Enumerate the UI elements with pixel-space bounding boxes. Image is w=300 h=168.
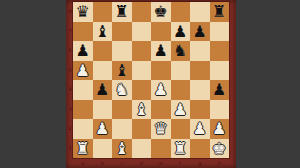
square-a2[interactable] <box>73 119 93 139</box>
square-a5[interactable]: ♟ <box>73 61 93 81</box>
square-e4[interactable]: ♟ <box>151 80 171 100</box>
white-pawn: ♟ <box>193 119 207 139</box>
square-c2[interactable] <box>112 119 132 139</box>
square-g2[interactable]: ♟ <box>190 119 210 139</box>
square-c5[interactable]: ♝ <box>112 61 132 81</box>
rank-label-3: 3 <box>67 100 73 120</box>
square-d7[interactable] <box>132 22 152 42</box>
square-c1[interactable]: ♝ <box>112 139 132 159</box>
black-pawn: ♟ <box>154 41 168 61</box>
square-g3[interactable] <box>190 100 210 120</box>
black-bishop: ♝ <box>115 61 129 81</box>
white-king: ♚ <box>212 139 226 159</box>
screenshot-canvas: ♛♜♚♜♝♟♟♟♟♞♟♝♟♞♟♟♝♟♟♛♟♟♜♝♜♚ 87654321 abcd… <box>0 0 300 168</box>
square-b7[interactable]: ♝ <box>93 22 113 42</box>
square-f7[interactable]: ♟ <box>171 22 191 42</box>
square-c8[interactable]: ♜ <box>112 2 132 22</box>
square-a4[interactable] <box>73 80 93 100</box>
square-h1[interactable]: ♚ <box>210 139 230 159</box>
square-e3[interactable] <box>151 100 171 120</box>
file-label-h: h <box>210 159 230 167</box>
square-d2[interactable] <box>132 119 152 139</box>
square-e8[interactable]: ♚ <box>151 2 171 22</box>
square-h4[interactable]: ♟ <box>210 80 230 100</box>
square-c4[interactable]: ♞ <box>112 80 132 100</box>
square-d6[interactable] <box>132 41 152 61</box>
black-pawn: ♟ <box>95 80 109 100</box>
file-label-d: d <box>132 159 152 167</box>
white-bishop: ♝ <box>134 100 148 120</box>
square-h8[interactable]: ♜ <box>210 2 230 22</box>
square-a6[interactable]: ♟ <box>73 41 93 61</box>
black-rook: ♜ <box>212 2 226 22</box>
square-e7[interactable] <box>151 22 171 42</box>
white-pawn: ♟ <box>95 119 109 139</box>
board-frame: ♛♜♚♜♝♟♟♟♟♞♟♝♟♞♟♟♝♟♟♛♟♟♜♝♜♚ 87654321 abcd… <box>66 0 236 168</box>
rank-label-8: 8 <box>67 2 73 22</box>
square-b5[interactable] <box>93 61 113 81</box>
chess-board: ♛♜♚♜♝♟♟♟♟♞♟♝♟♞♟♟♝♟♟♛♟♟♜♝♜♚ <box>73 2 229 158</box>
square-b4[interactable]: ♟ <box>93 80 113 100</box>
square-d4[interactable] <box>132 80 152 100</box>
square-b1[interactable] <box>93 139 113 159</box>
square-c3[interactable] <box>112 100 132 120</box>
square-h6[interactable] <box>210 41 230 61</box>
square-d8[interactable] <box>132 2 152 22</box>
square-h2[interactable]: ♟ <box>210 119 230 139</box>
white-pawn: ♟ <box>173 100 187 120</box>
black-pawn: ♟ <box>76 41 90 61</box>
white-bishop: ♝ <box>115 139 129 159</box>
white-rook: ♜ <box>173 139 187 159</box>
square-b2[interactable]: ♟ <box>93 119 113 139</box>
square-h7[interactable] <box>210 22 230 42</box>
square-a3[interactable] <box>73 100 93 120</box>
rank-label-1: 1 <box>67 139 73 159</box>
square-d3[interactable]: ♝ <box>132 100 152 120</box>
file-label-f: f <box>171 159 191 167</box>
rank-label-4: 4 <box>67 80 73 100</box>
square-e1[interactable] <box>151 139 171 159</box>
white-queen: ♛ <box>154 119 168 139</box>
black-rook: ♜ <box>115 2 129 22</box>
square-c6[interactable] <box>112 41 132 61</box>
file-label-c: c <box>112 159 132 167</box>
white-knight: ♞ <box>115 80 129 100</box>
white-rook: ♜ <box>76 139 90 159</box>
square-e6[interactable]: ♟ <box>151 41 171 61</box>
square-f3[interactable]: ♟ <box>171 100 191 120</box>
square-f4[interactable] <box>171 80 191 100</box>
square-a1[interactable]: ♜ <box>73 139 93 159</box>
square-g1[interactable] <box>190 139 210 159</box>
file-label-e: e <box>151 159 171 167</box>
square-b8[interactable] <box>93 2 113 22</box>
square-f8[interactable] <box>171 2 191 22</box>
white-pawn: ♟ <box>212 119 226 139</box>
square-g4[interactable] <box>190 80 210 100</box>
black-king: ♚ <box>154 2 168 22</box>
square-a7[interactable] <box>73 22 93 42</box>
black-pawn: ♟ <box>193 22 207 42</box>
rank-label-2: 2 <box>67 119 73 139</box>
file-label-a: a <box>73 159 93 167</box>
file-label-g: g <box>190 159 210 167</box>
square-f5[interactable] <box>171 61 191 81</box>
square-g7[interactable]: ♟ <box>190 22 210 42</box>
black-bishop: ♝ <box>95 22 109 42</box>
rank-label-6: 6 <box>67 41 73 61</box>
black-pawn: ♟ <box>212 80 226 100</box>
square-f6[interactable]: ♞ <box>171 41 191 61</box>
square-c7[interactable] <box>112 22 132 42</box>
white-pawn: ♟ <box>76 61 90 81</box>
file-label-b: b <box>93 159 113 167</box>
rank-label-7: 7 <box>67 22 73 42</box>
white-pawn: ♟ <box>154 80 168 100</box>
square-e5[interactable] <box>151 61 171 81</box>
square-e2[interactable]: ♛ <box>151 119 171 139</box>
black-knight: ♞ <box>173 41 187 61</box>
rank-label-5: 5 <box>67 61 73 81</box>
square-h5[interactable] <box>210 61 230 81</box>
square-g8[interactable] <box>190 2 210 22</box>
black-queen: ♛ <box>76 2 90 22</box>
square-f2[interactable] <box>171 119 191 139</box>
square-d5[interactable] <box>132 61 152 81</box>
square-d1[interactable] <box>132 139 152 159</box>
square-g6[interactable] <box>190 41 210 61</box>
square-b6[interactable] <box>93 41 113 61</box>
square-a8[interactable]: ♛ <box>73 2 93 22</box>
square-b3[interactable] <box>93 100 113 120</box>
square-f1[interactable]: ♜ <box>171 139 191 159</box>
black-pawn: ♟ <box>173 22 187 42</box>
square-h3[interactable] <box>210 100 230 120</box>
square-g5[interactable] <box>190 61 210 81</box>
